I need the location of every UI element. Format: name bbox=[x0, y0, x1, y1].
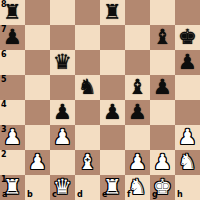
square-d7[interactable] bbox=[75, 25, 100, 50]
square-a3[interactable]: ♟ bbox=[0, 125, 25, 150]
square-b7[interactable] bbox=[25, 25, 50, 50]
piece-white-rook[interactable]: ♜ bbox=[100, 175, 125, 200]
square-b8[interactable] bbox=[25, 0, 50, 25]
piece-white-pawn[interactable]: ♟ bbox=[150, 150, 175, 175]
square-f6[interactable] bbox=[125, 50, 150, 75]
square-g6[interactable] bbox=[150, 50, 175, 75]
square-g7[interactable]: ♝ bbox=[150, 25, 175, 50]
square-d3[interactable] bbox=[75, 125, 100, 150]
square-a8[interactable]: ♜ bbox=[0, 0, 25, 25]
square-d8[interactable] bbox=[75, 0, 100, 25]
piece-black-pawn[interactable]: ♟ bbox=[50, 100, 75, 125]
square-e5[interactable] bbox=[100, 75, 125, 100]
square-d5[interactable]: ♞ bbox=[75, 75, 100, 100]
piece-black-bishop[interactable]: ♝ bbox=[125, 75, 150, 100]
piece-white-pawn[interactable]: ♟ bbox=[125, 150, 150, 175]
square-b2[interactable]: ♟ bbox=[25, 150, 50, 175]
square-e8[interactable]: ♜ bbox=[100, 0, 125, 25]
piece-white-king[interactable]: ♚ bbox=[150, 175, 175, 200]
square-h1[interactable] bbox=[175, 175, 200, 200]
piece-white-queen[interactable]: ♛ bbox=[50, 175, 75, 200]
piece-white-pawn[interactable]: ♟ bbox=[50, 125, 75, 150]
piece-black-pawn[interactable]: ♟ bbox=[0, 25, 25, 50]
square-b6[interactable] bbox=[25, 50, 50, 75]
square-g4[interactable] bbox=[150, 100, 175, 125]
square-h6[interactable]: ♟ bbox=[175, 50, 200, 75]
piece-black-knight[interactable]: ♞ bbox=[75, 75, 100, 100]
piece-black-pawn[interactable]: ♟ bbox=[175, 50, 200, 75]
square-c8[interactable] bbox=[50, 0, 75, 25]
square-c7[interactable] bbox=[50, 25, 75, 50]
piece-black-rook[interactable]: ♜ bbox=[0, 0, 25, 25]
square-g8[interactable] bbox=[150, 0, 175, 25]
square-b5[interactable] bbox=[25, 75, 50, 100]
square-a5[interactable] bbox=[0, 75, 25, 100]
square-h7[interactable]: ♚ bbox=[175, 25, 200, 50]
square-g5[interactable]: ♟ bbox=[150, 75, 175, 100]
piece-black-rook[interactable]: ♜ bbox=[100, 0, 125, 25]
piece-white-pawn[interactable]: ♟ bbox=[175, 125, 200, 150]
square-g1[interactable]: ♚ bbox=[150, 175, 175, 200]
square-d2[interactable]: ♝ bbox=[75, 150, 100, 175]
square-f2[interactable]: ♟ bbox=[125, 150, 150, 175]
square-c6[interactable]: ♛ bbox=[50, 50, 75, 75]
square-h3[interactable]: ♟ bbox=[175, 125, 200, 150]
piece-black-bishop[interactable]: ♝ bbox=[150, 25, 175, 50]
piece-white-pawn[interactable]: ♟ bbox=[25, 150, 50, 175]
square-a4[interactable] bbox=[0, 100, 25, 125]
square-b3[interactable] bbox=[25, 125, 50, 150]
square-g3[interactable] bbox=[150, 125, 175, 150]
piece-white-rook[interactable]: ♜ bbox=[0, 175, 25, 200]
square-c3[interactable]: ♟ bbox=[50, 125, 75, 150]
piece-black-pawn[interactable]: ♟ bbox=[100, 100, 125, 125]
square-e6[interactable] bbox=[100, 50, 125, 75]
square-f7[interactable] bbox=[125, 25, 150, 50]
square-g2[interactable]: ♟ bbox=[150, 150, 175, 175]
square-h5[interactable] bbox=[175, 75, 200, 100]
piece-white-knight[interactable]: ♞ bbox=[125, 175, 150, 200]
square-e2[interactable] bbox=[100, 150, 125, 175]
square-h2[interactable]: ♞ bbox=[175, 150, 200, 175]
square-c2[interactable] bbox=[50, 150, 75, 175]
square-h4[interactable] bbox=[175, 100, 200, 125]
piece-black-pawn[interactable]: ♟ bbox=[125, 100, 150, 125]
square-b4[interactable] bbox=[25, 100, 50, 125]
square-d6[interactable] bbox=[75, 50, 100, 75]
piece-white-pawn[interactable]: ♟ bbox=[0, 125, 25, 150]
piece-white-knight[interactable]: ♞ bbox=[175, 150, 200, 175]
square-f8[interactable] bbox=[125, 0, 150, 25]
square-a2[interactable] bbox=[0, 150, 25, 175]
square-f3[interactable] bbox=[125, 125, 150, 150]
square-e7[interactable] bbox=[100, 25, 125, 50]
square-e1[interactable]: ♜ bbox=[100, 175, 125, 200]
square-a1[interactable]: ♜ bbox=[0, 175, 25, 200]
square-d1[interactable] bbox=[75, 175, 100, 200]
square-f5[interactable]: ♝ bbox=[125, 75, 150, 100]
piece-black-queen[interactable]: ♛ bbox=[50, 50, 75, 75]
piece-black-king[interactable]: ♚ bbox=[175, 25, 200, 50]
square-e4[interactable]: ♟ bbox=[100, 100, 125, 125]
square-a7[interactable]: ♟ bbox=[0, 25, 25, 50]
square-c4[interactable]: ♟ bbox=[50, 100, 75, 125]
square-c1[interactable]: ♛ bbox=[50, 175, 75, 200]
square-b1[interactable] bbox=[25, 175, 50, 200]
piece-black-pawn[interactable]: ♟ bbox=[150, 75, 175, 100]
square-e3[interactable] bbox=[100, 125, 125, 150]
chess-board: ♜♜♟♝♚♛♟♞♝♟♟♟♟♟♟♟♟♝♟♟♞♜♛♜♞♚87654321abcdef… bbox=[0, 0, 200, 200]
square-f1[interactable]: ♞ bbox=[125, 175, 150, 200]
square-d4[interactable] bbox=[75, 100, 100, 125]
piece-white-bishop[interactable]: ♝ bbox=[75, 150, 100, 175]
square-f4[interactable]: ♟ bbox=[125, 100, 150, 125]
square-a6[interactable] bbox=[0, 50, 25, 75]
square-h8[interactable] bbox=[175, 0, 200, 25]
square-c5[interactable] bbox=[50, 75, 75, 100]
